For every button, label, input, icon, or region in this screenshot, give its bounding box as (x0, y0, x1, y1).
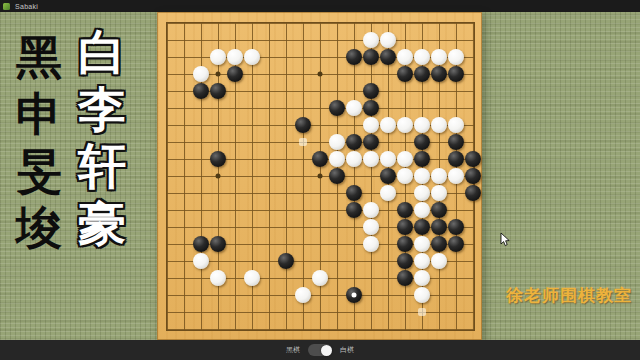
black-stone (397, 236, 413, 252)
black-stone (414, 66, 430, 82)
black-stone (193, 83, 209, 99)
app-icon (3, 3, 10, 10)
white-stone (414, 49, 430, 65)
white-stone (431, 117, 447, 133)
white-player-label: 白李轩豪 (78, 29, 126, 248)
white-stone (193, 253, 209, 269)
white-stone (227, 49, 243, 65)
black-stone (312, 151, 328, 167)
black-stone (465, 151, 481, 167)
ghost-hint-marker (418, 308, 426, 316)
black-stone (465, 185, 481, 201)
black-stone (431, 202, 447, 218)
white-stone (414, 253, 430, 269)
white-stone (414, 270, 430, 286)
black-stone (210, 236, 226, 252)
player-char: 黑 (16, 34, 62, 80)
white-stone (363, 219, 379, 235)
black-stone (363, 134, 379, 150)
black-stone (380, 168, 396, 184)
white-stone (346, 100, 362, 116)
white-stone (244, 49, 260, 65)
player-char: 旻 (16, 148, 62, 194)
black-stone (414, 151, 430, 167)
white-stone (431, 253, 447, 269)
player-char: 埈 (16, 205, 62, 251)
white-stone (363, 32, 379, 48)
white-stone (414, 117, 430, 133)
hoshi-point (317, 71, 322, 76)
black-stone (210, 151, 226, 167)
white-stone (380, 117, 396, 133)
white-stone (414, 185, 430, 201)
white-stone (363, 202, 379, 218)
player-char: 李 (78, 86, 126, 134)
white-stone (397, 151, 413, 167)
black-stone (193, 236, 209, 252)
app-title: Sabaki (15, 3, 38, 10)
white-stone (210, 49, 226, 65)
white-stone (397, 168, 413, 184)
black-stone (397, 202, 413, 218)
black-stone (363, 100, 379, 116)
black-player-label: 黑申旻埈 (16, 34, 62, 251)
white-stone (448, 117, 464, 133)
white-stone (414, 168, 430, 184)
white-stone (363, 236, 379, 252)
hoshi-point (317, 173, 322, 178)
white-stone (244, 270, 260, 286)
black-stone (295, 117, 311, 133)
black-stone (448, 66, 464, 82)
white-stone (397, 49, 413, 65)
last-move-marker (351, 292, 356, 297)
black-stone (329, 100, 345, 116)
white-stone (312, 270, 328, 286)
black-stone (380, 49, 396, 65)
turn-toggle[interactable] (308, 344, 332, 356)
white-stone (414, 202, 430, 218)
ghost-hint-marker (299, 138, 307, 146)
black-stone (397, 66, 413, 82)
white-stone (431, 168, 447, 184)
white-stone (210, 270, 226, 286)
toggle-knob (321, 345, 332, 356)
black-stone (448, 151, 464, 167)
white-stone (346, 151, 362, 167)
white-stone (329, 134, 345, 150)
black-stone (210, 83, 226, 99)
white-stone (363, 117, 379, 133)
black-stone (363, 83, 379, 99)
black-stone (346, 202, 362, 218)
black-stone (448, 219, 464, 235)
black-stone (448, 134, 464, 150)
black-stone (414, 134, 430, 150)
white-stone (295, 287, 311, 303)
black-turn-label: 黑棋 (286, 345, 300, 355)
black-stone (346, 185, 362, 201)
black-stone (346, 134, 362, 150)
white-stone (380, 151, 396, 167)
white-stone (397, 117, 413, 133)
black-stone (397, 253, 413, 269)
title-bar: Sabaki (0, 0, 640, 12)
black-stone (346, 49, 362, 65)
white-stone (431, 185, 447, 201)
hoshi-point (215, 71, 220, 76)
black-stone (329, 168, 345, 184)
main-area: 黑申旻埈 白李轩豪 徐老师围棋教室 (0, 12, 640, 340)
black-stone (448, 236, 464, 252)
sabaki-window: Sabaki 黑申旻埈 白李轩豪 徐老师围棋教室 黑棋 白棋 (0, 0, 640, 360)
black-stone (465, 168, 481, 184)
white-stone (414, 287, 430, 303)
black-stone (431, 236, 447, 252)
white-stone (448, 49, 464, 65)
go-board[interactable] (157, 12, 482, 340)
white-stone (363, 151, 379, 167)
player-char: 轩 (78, 143, 126, 191)
player-char: 白 (78, 29, 126, 77)
watermark-text: 徐老师围棋教室 (506, 284, 632, 307)
black-stone (278, 253, 294, 269)
white-stone (448, 168, 464, 184)
white-stone (193, 66, 209, 82)
hoshi-point (215, 173, 220, 178)
player-char: 申 (16, 91, 62, 137)
black-stone (397, 219, 413, 235)
black-stone (363, 49, 379, 65)
black-stone (227, 66, 243, 82)
white-stone (329, 151, 345, 167)
white-turn-label: 白棋 (340, 345, 354, 355)
black-stone (431, 219, 447, 235)
turn-bar: 黑棋 白棋 (0, 340, 640, 360)
white-stone (414, 236, 430, 252)
player-char: 豪 (78, 200, 126, 248)
black-stone (431, 66, 447, 82)
black-stone (414, 219, 430, 235)
mouse-cursor (500, 232, 511, 248)
white-stone (431, 49, 447, 65)
black-stone (346, 287, 362, 303)
white-stone (380, 185, 396, 201)
white-stone (380, 32, 396, 48)
black-stone (397, 270, 413, 286)
